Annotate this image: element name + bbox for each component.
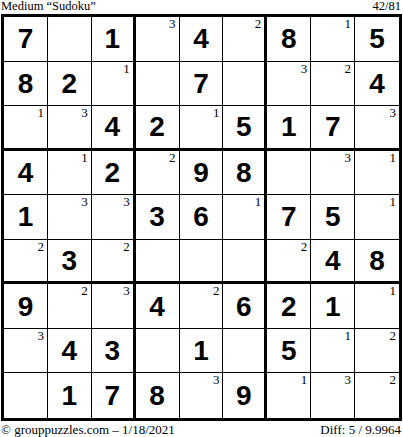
cell-r2c2[interactable]: 2 (48, 62, 92, 107)
pencil-mark: 1 (123, 62, 130, 76)
cell-r4c4[interactable]: 2 (136, 151, 180, 196)
cell-r8c9[interactable]: 2 (355, 329, 399, 374)
cell-value: 4 (325, 247, 341, 275)
cell-r7c3[interactable]: 3 (92, 284, 136, 329)
cell-r9c9[interactable]: 2 (355, 373, 399, 418)
cell-r2c6[interactable] (223, 62, 267, 107)
cell-r3c7[interactable]: 1 (267, 106, 311, 151)
cell-r1c6[interactable]: 2 (223, 17, 267, 62)
cell-r8c8[interactable]: 1 (311, 329, 355, 374)
pencil-mark: 2 (169, 151, 176, 165)
pencil-mark: 3 (123, 195, 130, 209)
cell-value: 4 (149, 293, 165, 321)
cell-r9c1[interactable] (4, 373, 48, 418)
cell-r6c1[interactable]: 2 (4, 240, 48, 285)
cell-r2c4[interactable] (136, 62, 180, 107)
cell-r6c3[interactable]: 2 (92, 240, 136, 285)
cell-r8c6[interactable] (223, 329, 267, 374)
cell-value: 6 (193, 203, 209, 231)
cell-r4c2[interactable]: 1 (48, 151, 92, 196)
cell-r1c8[interactable]: 1 (311, 17, 355, 62)
cell-r3c3[interactable]: 4 (92, 106, 136, 151)
cell-r4c1[interactable]: 4 (4, 151, 48, 196)
pencil-mark: 1 (37, 106, 44, 120)
cell-r3c8[interactable]: 7 (311, 106, 355, 151)
cell-value: 7 (281, 203, 297, 231)
cell-value: 3 (104, 337, 120, 365)
pencil-mark: 3 (81, 195, 88, 209)
pencil-mark: 3 (37, 329, 44, 343)
difficulty-text: Diff: 5 / 9.9964 (320, 423, 401, 437)
pencil-mark: 3 (345, 373, 352, 387)
pencil-mark: 3 (345, 151, 352, 165)
cell-value: 2 (62, 70, 78, 98)
pencil-mark: 2 (123, 240, 130, 254)
cell-r2c8[interactable]: 2 (311, 62, 355, 107)
pencil-mark: 2 (301, 240, 308, 254)
cell-r2c7[interactable]: 3 (267, 62, 311, 107)
cell-r5c1[interactable]: 1 (4, 195, 48, 240)
cell-r9c3[interactable]: 7 (92, 373, 136, 418)
cell-r7c2[interactable]: 2 (48, 284, 92, 329)
cell-value: 2 (281, 293, 297, 321)
pencil-mark: 2 (345, 62, 352, 76)
cell-r6c5[interactable] (180, 240, 224, 285)
cell-value: 1 (325, 293, 341, 321)
cell-r7c5[interactable]: 2 (180, 284, 224, 329)
cell-r3c9[interactable]: 3 (355, 106, 399, 151)
pencil-mark: 3 (123, 284, 130, 298)
cell-value: 5 (325, 203, 341, 231)
cell-r6c2[interactable]: 3 (48, 240, 92, 285)
cell-value: 1 (193, 337, 209, 365)
cell-value: 7 (18, 25, 34, 53)
cell-r5c4[interactable]: 3 (136, 195, 180, 240)
cell-value: 5 (369, 25, 385, 53)
cell-r9c7[interactable]: 1 (267, 373, 311, 418)
pencil-mark: 2 (81, 284, 88, 298)
pencil-mark: 1 (345, 17, 352, 31)
cell-r7c7[interactable]: 2 (267, 284, 311, 329)
cell-r4c8[interactable]: 3 (311, 151, 355, 196)
cell-r3c6[interactable]: 5 (223, 106, 267, 151)
pencil-mark: 1 (301, 373, 308, 387)
cell-value: 4 (193, 25, 209, 53)
cell-r5c9[interactable]: 1 (355, 195, 399, 240)
cell-r3c2[interactable]: 3 (48, 106, 92, 151)
pencil-mark: 3 (169, 17, 176, 31)
cell-r5c5[interactable]: 6 (180, 195, 224, 240)
cell-value: 9 (236, 382, 252, 410)
cell-r4c7[interactable] (267, 151, 311, 196)
pencil-mark: 2 (37, 240, 44, 254)
cell-r1c2[interactable] (48, 17, 92, 62)
cell-r4c9[interactable]: 1 (355, 151, 399, 196)
cell-r2c1[interactable]: 8 (4, 62, 48, 107)
cell-r4c3[interactable]: 2 (92, 151, 136, 196)
cell-value: 7 (104, 382, 120, 410)
cell-value: 5 (281, 337, 297, 365)
cell-value: 7 (193, 70, 209, 98)
cell-r9c6[interactable]: 9 (223, 373, 267, 418)
cell-value: 4 (62, 337, 78, 365)
pencil-mark: 1 (81, 151, 88, 165)
cell-r3c1[interactable]: 1 (4, 106, 48, 151)
cell-value: 4 (369, 70, 385, 98)
pencil-mark: 1 (390, 151, 397, 165)
cell-r1c7[interactable]: 8 (267, 17, 311, 62)
cell-value: 1 (281, 113, 297, 141)
cell-r8c3[interactable]: 3 (92, 329, 136, 374)
cell-value: 4 (18, 159, 34, 187)
cell-r6c8[interactable]: 4 (311, 240, 355, 285)
cell-r5c8[interactable]: 5 (311, 195, 355, 240)
cell-r6c4[interactable] (136, 240, 180, 285)
pencil-mark: 3 (390, 106, 397, 120)
cell-r1c1[interactable]: 7 (4, 17, 48, 62)
cell-r9c4[interactable]: 8 (136, 373, 180, 418)
pencil-mark: 2 (390, 329, 397, 343)
pencil-mark: 3 (81, 106, 88, 120)
page-header: Medium “Sudoku” 42/81 (0, 0, 403, 14)
cell-value: 9 (193, 159, 209, 187)
cell-r6c9[interactable]: 8 (355, 240, 399, 285)
cell-r8c5[interactable]: 1 (180, 329, 224, 374)
pencil-mark: 1 (390, 284, 397, 298)
cell-r8c2[interactable]: 4 (48, 329, 92, 374)
pencil-mark: 1 (390, 195, 397, 209)
cell-r9c2[interactable]: 1 (48, 373, 92, 418)
cell-value: 3 (149, 203, 165, 231)
cell-value: 8 (281, 25, 297, 53)
cell-value: 8 (236, 159, 252, 187)
puzzle-title: Medium “Sudoku” (1, 0, 96, 13)
cell-value: 7 (325, 113, 341, 141)
copyright-text: © grouppuzzles.com – 1/18/2021 (1, 423, 175, 437)
cell-r5c3[interactable]: 3 (92, 195, 136, 240)
cell-r1c5[interactable]: 4 (180, 17, 224, 62)
cell-r7c9[interactable]: 1 (355, 284, 399, 329)
cell-value: 3 (62, 247, 78, 275)
cell-r2c9[interactable]: 4 (355, 62, 399, 107)
page-footer: © grouppuzzles.com – 1/18/2021 Diff: 5 /… (0, 423, 403, 437)
pencil-mark: 3 (301, 62, 308, 76)
cell-r5c2[interactable]: 3 (48, 195, 92, 240)
sudoku-board: 7134281582173241342151734122983113336175… (1, 14, 402, 421)
cell-r3c4[interactable]: 2 (136, 106, 180, 151)
cell-value: 8 (149, 382, 165, 410)
cell-value: 5 (236, 113, 252, 141)
cell-r4c5[interactable]: 9 (180, 151, 224, 196)
cell-r7c1[interactable]: 9 (4, 284, 48, 329)
cell-r9c5[interactable]: 3 (180, 373, 224, 418)
pencil-mark: 3 (213, 373, 220, 387)
cell-value: 1 (62, 382, 78, 410)
cell-r7c8[interactable]: 1 (311, 284, 355, 329)
cell-r5c7[interactable]: 7 (267, 195, 311, 240)
cell-r2c3[interactable]: 1 (92, 62, 136, 107)
cell-value: 2 (149, 113, 165, 141)
cell-r1c9[interactable]: 5 (355, 17, 399, 62)
cell-value: 8 (369, 247, 385, 275)
cell-r2c5[interactable]: 7 (180, 62, 224, 107)
cell-r9c8[interactable]: 3 (311, 373, 355, 418)
cell-r8c7[interactable]: 5 (267, 329, 311, 374)
pencil-mark: 1 (345, 329, 352, 343)
cell-r8c4[interactable] (136, 329, 180, 374)
pencil-mark: 1 (213, 106, 220, 120)
pencil-mark: 2 (213, 284, 220, 298)
cell-value: 1 (104, 25, 120, 53)
cell-r6c7[interactable]: 2 (267, 240, 311, 285)
cell-value: 6 (236, 293, 252, 321)
cell-r3c5[interactable]: 1 (180, 106, 224, 151)
filled-count: 42/81 (373, 0, 401, 13)
pencil-mark: 1 (255, 195, 262, 209)
cell-r8c1[interactable]: 3 (4, 329, 48, 374)
cell-value: 2 (104, 159, 120, 187)
cell-r1c4[interactable]: 3 (136, 17, 180, 62)
pencil-mark: 2 (390, 373, 397, 387)
cell-value: 8 (18, 70, 34, 98)
pencil-mark: 2 (255, 17, 262, 31)
cell-value: 9 (18, 293, 34, 321)
cell-r4c6[interactable]: 8 (223, 151, 267, 196)
cell-r6c6[interactable] (223, 240, 267, 285)
cell-r7c4[interactable]: 4 (136, 284, 180, 329)
cell-value: 1 (18, 203, 34, 231)
cell-r5c6[interactable]: 1 (223, 195, 267, 240)
cell-value: 4 (104, 113, 120, 141)
cell-r7c6[interactable]: 6 (223, 284, 267, 329)
cell-r1c3[interactable]: 1 (92, 17, 136, 62)
